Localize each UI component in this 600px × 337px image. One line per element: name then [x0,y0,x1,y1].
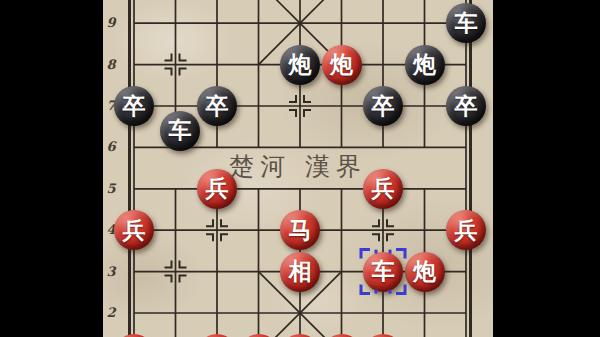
letterbox-left [0,0,103,337]
video-frame: 楚河 漢界 98765432 卒卒卒卒炮炮炮车车兵兵兵兵马相炮车 [0,0,600,337]
xiangqi-board[interactable]: 楚河 漢界 98765432 卒卒卒卒炮炮炮车车兵兵兵兵马相炮车 [103,0,493,337]
selection-brackets [103,0,493,337]
letterbox-right [493,0,600,337]
